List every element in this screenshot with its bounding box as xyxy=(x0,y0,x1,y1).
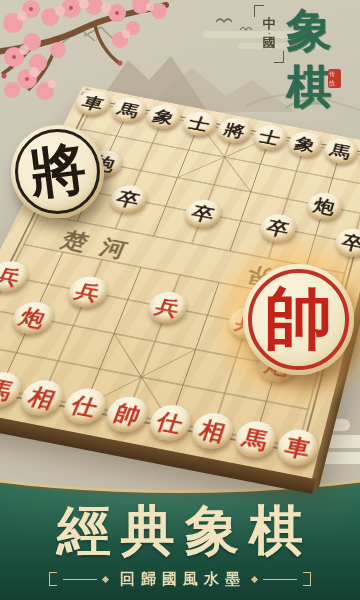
app-title: 象 棋 xyxy=(281,4,337,116)
frame-endcap xyxy=(49,572,57,586)
frame-endcap xyxy=(303,572,311,586)
board-piece[interactable]: 馬 xyxy=(321,136,360,166)
bird-icon xyxy=(216,19,232,22)
board-piece[interactable]: 相 xyxy=(15,377,68,419)
board-piece[interactable]: 車 xyxy=(274,426,322,469)
board-piece[interactable]: 兵 xyxy=(63,274,112,311)
frame-line xyxy=(263,579,297,580)
board-piece[interactable]: 帥 xyxy=(101,393,152,435)
banner-subtitle-frame: 回歸國風水墨 xyxy=(20,570,340,588)
bird-icon xyxy=(240,28,252,31)
diamond-icon xyxy=(102,575,109,582)
board-piece[interactable]: 兵 xyxy=(0,258,33,295)
board-piece[interactable]: 仕 xyxy=(144,402,194,444)
banner-title: 經典象棋 xyxy=(0,503,360,560)
app-splash-screen: 中 ・ 國 象 棋 传统 xyxy=(0,0,360,600)
board-piece[interactable]: 炮 xyxy=(7,299,58,337)
hero-red-general: 帥 xyxy=(243,264,354,375)
diamond-icon xyxy=(251,575,258,582)
board-piece[interactable]: 卒 xyxy=(181,197,225,230)
hero-black-general: 將 xyxy=(11,125,104,218)
board-piece[interactable]: 仕 xyxy=(58,385,110,427)
banner-subtitle: 回歸國風水墨 xyxy=(114,570,246,589)
red-seal-stamp: 传统 xyxy=(328,69,341,88)
board-piece[interactable]: 馬 xyxy=(231,418,280,461)
board-piece[interactable]: 炮 xyxy=(304,190,345,222)
board-piece[interactable]: 士 xyxy=(250,122,290,152)
board-piece[interactable]: 將 xyxy=(214,116,255,146)
board-piece[interactable]: 象 xyxy=(285,129,324,159)
country-char: 中 xyxy=(263,17,276,31)
frame-line xyxy=(63,579,97,580)
country-char: 國 xyxy=(263,36,276,50)
cherry-blossom-branch xyxy=(0,0,200,120)
title-country-frame: 中 ・ 國 xyxy=(257,8,281,60)
board-piece[interactable]: 兵 xyxy=(144,289,191,326)
board-piece[interactable]: 車 xyxy=(357,143,360,173)
board-piece[interactable]: 相 xyxy=(188,410,238,452)
board-piece[interactable]: 卒 xyxy=(106,183,151,216)
